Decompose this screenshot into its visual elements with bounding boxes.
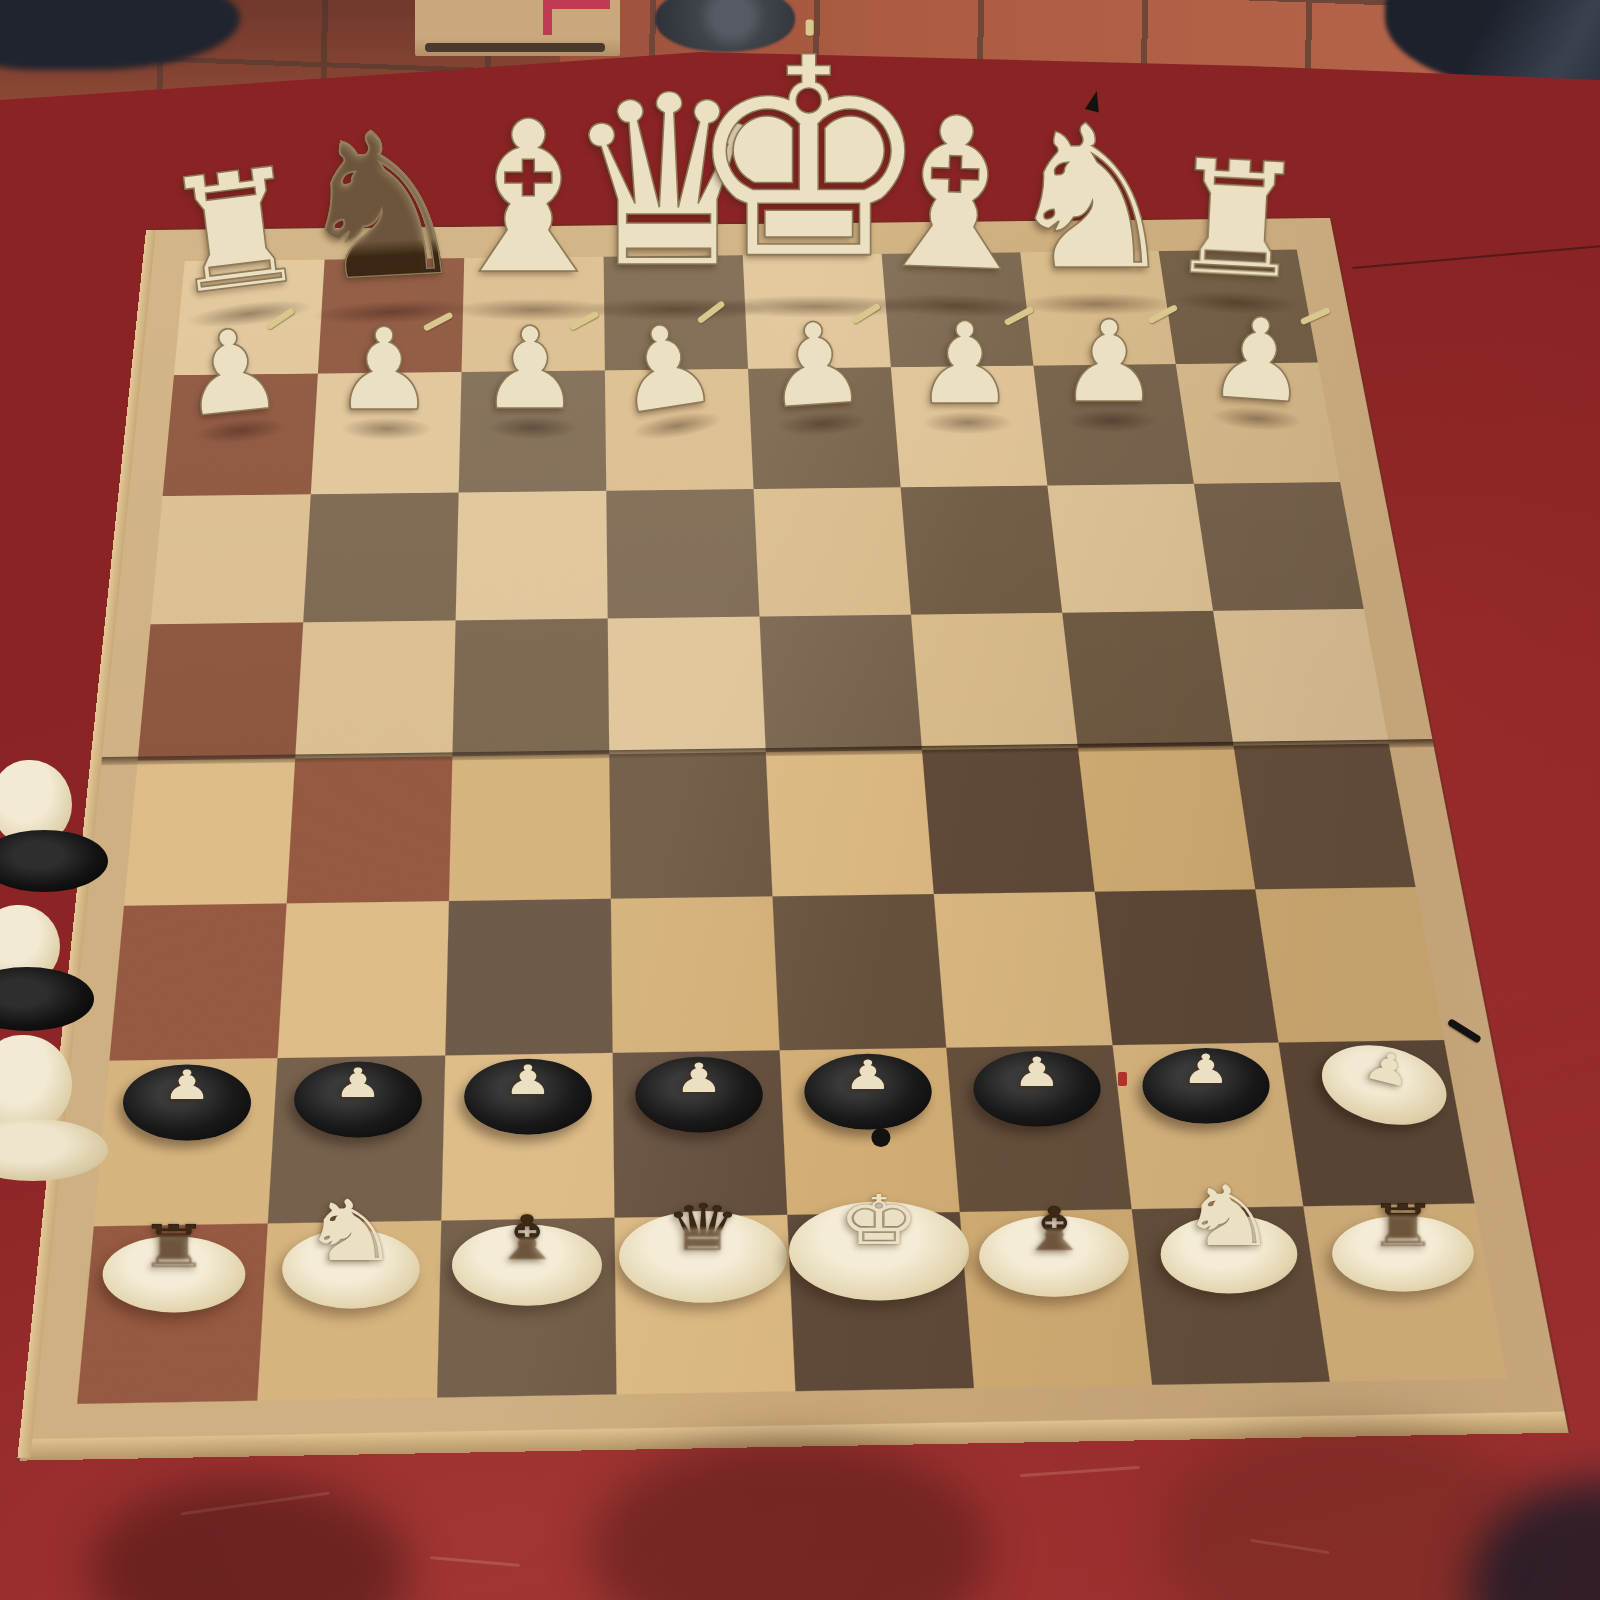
black-pawn-f2[interactable]: ♟: [974, 1008, 1101, 1127]
black-queen-d1[interactable]: ♛: [620, 1142, 788, 1303]
black-king-e1[interactable]: ♚: [789, 1128, 969, 1300]
black-rook-a1[interactable]: ♜: [103, 1172, 246, 1312]
white-pawn-c7[interactable]: ♟: [479, 315, 587, 431]
pawn-glyph: ♟: [176, 313, 295, 432]
black-bishop-c1[interactable]: ♝: [452, 1160, 602, 1306]
pawn-glyph: ♟: [762, 308, 877, 423]
square-c5[interactable]: [452, 618, 609, 756]
pawn-glyph: ♟: [844, 1055, 892, 1093]
white-pawn-b7[interactable]: ♟: [333, 317, 441, 433]
queen-glyph: ♛: [665, 1198, 742, 1260]
square-e5[interactable]: [759, 615, 922, 752]
black-pawn-g2[interactable]: ♟: [1143, 1005, 1270, 1124]
black-pawn-a2[interactable]: ♟: [123, 1021, 251, 1141]
rook-glyph: ♜: [139, 1219, 210, 1275]
knight-glyph: ♞: [1003, 105, 1191, 293]
square-d5[interactable]: [608, 617, 766, 755]
pawn-glyph: ♟: [334, 1063, 382, 1102]
king-finial: [805, 20, 813, 36]
red-paint-chip: [1118, 1072, 1127, 1086]
square-c4[interactable]: [449, 754, 611, 901]
square-d4[interactable]: [609, 752, 772, 899]
black-pawn-c2[interactable]: ♟: [465, 1016, 593, 1135]
white-pawn-d7[interactable]: ♟: [607, 306, 731, 437]
square-h4[interactable]: [1234, 744, 1416, 890]
square-h5[interactable]: [1213, 609, 1389, 746]
piece-shadow: [923, 411, 1013, 434]
square-g4[interactable]: [1078, 746, 1255, 892]
square-g5[interactable]: [1062, 611, 1233, 748]
white-pawn-g7[interactable]: ♟: [1059, 309, 1166, 424]
bishop-glyph: ♝: [491, 1209, 564, 1267]
black-pawn-b2[interactable]: ♟: [294, 1019, 422, 1138]
black-bishop-f1[interactable]: ♝: [979, 1151, 1129, 1297]
square-b5[interactable]: [295, 620, 455, 758]
white-pawn-f7[interactable]: ♟: [914, 310, 1021, 425]
square-b6[interactable]: [303, 493, 458, 623]
white-pawn-e7[interactable]: ♟: [762, 308, 877, 431]
square-f5[interactable]: [911, 613, 1078, 750]
square-e4[interactable]: [766, 750, 934, 896]
pawn-glyph: ♟: [1360, 1043, 1416, 1092]
chess-photo-scene: ♜♞♝♛♚♝♞♜♟♟♟♟♟♟♟♟♟♟♟♟♟♟♟♟♜♞♝♛♚♝♞♜: [0, 0, 1600, 1600]
pawn-glyph: ♟: [914, 310, 1021, 417]
pawn-glyph: ♟: [479, 315, 587, 423]
pawn-glyph: ♟: [504, 1060, 552, 1098]
bishop-glyph: ♝: [1018, 1200, 1091, 1258]
king-glyph: ♚: [838, 1187, 920, 1252]
offboard-piece[interactable]: [0, 905, 108, 1035]
rook-glyph: ♜: [1368, 1199, 1438, 1255]
square-b4[interactable]: [287, 756, 453, 903]
square-c6[interactable]: [456, 491, 608, 621]
black-rook-h1[interactable]: ♜: [1333, 1152, 1475, 1291]
square-f6[interactable]: [901, 486, 1063, 615]
square-e6[interactable]: [754, 487, 911, 616]
pawn-glyph: ♟: [1059, 309, 1166, 416]
square-h6[interactable]: [1194, 482, 1364, 611]
square-a6[interactable]: [151, 494, 311, 624]
king-black-finial-dot: [872, 1128, 891, 1147]
pawn-glyph: ♟: [674, 1058, 722, 1096]
black-knight-g1[interactable]: ♞: [1161, 1126, 1298, 1293]
square-a4[interactable]: [124, 758, 295, 905]
white-pawn-h7[interactable]: ♟: [1203, 304, 1318, 426]
black-pawn-d2[interactable]: ♟: [635, 1013, 763, 1132]
square-f4[interactable]: [922, 748, 1095, 894]
pawn-glyph: ♟: [607, 306, 730, 429]
square-d6[interactable]: [606, 489, 759, 618]
pawn-glyph: ♟: [1182, 1050, 1230, 1088]
knight-glyph: ♞: [1179, 1177, 1279, 1256]
pawn-glyph: ♟: [333, 317, 441, 425]
square-a5[interactable]: [138, 622, 304, 760]
offboard-piece[interactable]: [0, 1035, 120, 1185]
black-knight-b1[interactable]: ♞: [282, 1140, 419, 1309]
square-g6[interactable]: [1047, 484, 1213, 613]
white-rook-h8[interactable]: ♜: [1162, 142, 1320, 310]
box-red-print: [543, 0, 610, 35]
pawn-glyph: ♟: [163, 1066, 212, 1105]
pawn-glyph: ♟: [1013, 1052, 1061, 1090]
knight-glyph: ♞: [301, 1191, 401, 1271]
white-pawn-a7[interactable]: ♟: [176, 313, 295, 439]
rook-glyph: ♜: [1163, 142, 1320, 299]
offboard-piece[interactable]: [0, 760, 112, 900]
black-pawn-e2[interactable]: ♟: [804, 1011, 931, 1130]
piece-shadow: [488, 416, 578, 439]
